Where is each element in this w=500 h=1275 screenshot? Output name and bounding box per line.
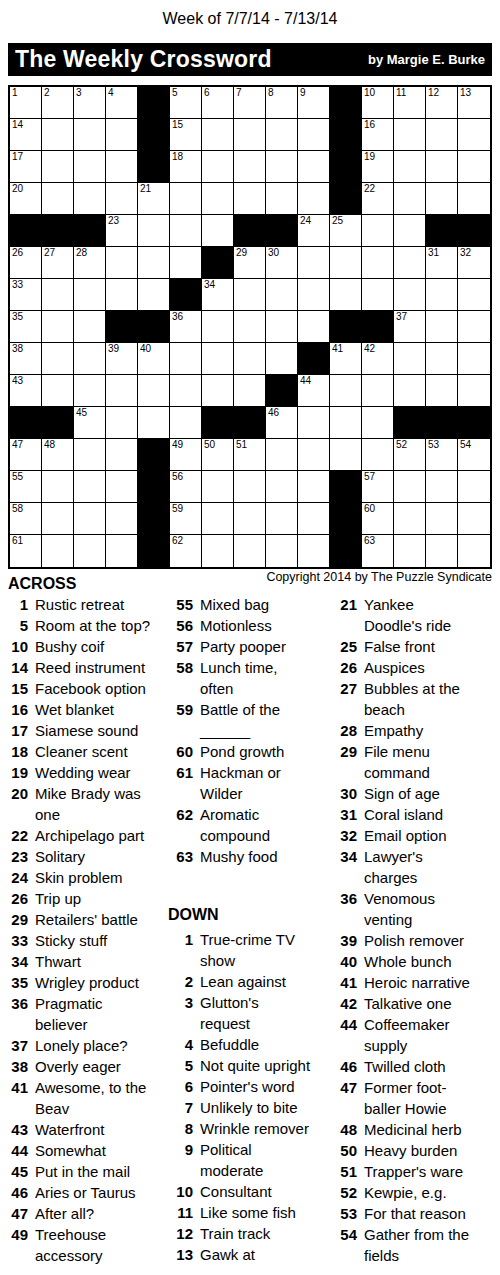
grid-cell[interactable] bbox=[234, 183, 266, 215]
grid-cell[interactable] bbox=[266, 183, 298, 215]
grid-cell[interactable] bbox=[234, 151, 266, 183]
grid-cell[interactable]: 50 bbox=[202, 439, 234, 471]
grid-cell[interactable] bbox=[74, 279, 106, 311]
grid-cell[interactable] bbox=[426, 151, 458, 183]
grid-cell[interactable] bbox=[202, 471, 234, 503]
clue-number: 22 bbox=[8, 825, 28, 846]
grid-cell[interactable] bbox=[298, 471, 330, 503]
clue-text: Pointer's word bbox=[200, 1076, 312, 1097]
grid-cell[interactable]: 22 bbox=[362, 183, 394, 215]
clue-text: Room at the top? bbox=[35, 615, 152, 636]
grid-cell[interactable] bbox=[234, 471, 266, 503]
grid-cell[interactable]: 34 bbox=[202, 279, 234, 311]
grid-cell[interactable]: 14 bbox=[10, 119, 42, 151]
grid-cell[interactable] bbox=[266, 311, 298, 343]
clue-number: 14 bbox=[8, 657, 28, 678]
grid-cell[interactable] bbox=[74, 471, 106, 503]
clue-item: 47After all? bbox=[8, 1203, 168, 1224]
grid-cell[interactable] bbox=[458, 343, 490, 375]
grid-cell[interactable] bbox=[74, 535, 106, 567]
grid-cell[interactable] bbox=[106, 375, 138, 407]
grid-cell[interactable]: 38 bbox=[10, 343, 42, 375]
grid-cell[interactable] bbox=[202, 503, 234, 535]
grid-cell[interactable] bbox=[426, 535, 458, 567]
grid-cell[interactable] bbox=[394, 471, 426, 503]
grid-cell[interactable] bbox=[330, 375, 362, 407]
clue-item: 46Aries or Taurus bbox=[8, 1182, 168, 1203]
cell-number: 61 bbox=[12, 535, 23, 547]
grid-cell[interactable] bbox=[106, 439, 138, 471]
grid-cell[interactable] bbox=[298, 151, 330, 183]
grid-cell[interactable] bbox=[74, 343, 106, 375]
cell-number: 50 bbox=[204, 439, 215, 451]
grid-cell[interactable]: 32 bbox=[458, 247, 490, 279]
cell-number: 20 bbox=[12, 183, 23, 195]
grid-cell[interactable] bbox=[106, 151, 138, 183]
grid-cell[interactable]: 47 bbox=[10, 439, 42, 471]
clue-item: 20Mike Brady was one bbox=[8, 783, 168, 825]
puzzle-title: The Weekly Crossword bbox=[15, 46, 272, 73]
grid-cell[interactable] bbox=[74, 503, 106, 535]
clue-item: 31Coral island bbox=[336, 804, 500, 825]
grid-cell[interactable] bbox=[106, 119, 138, 151]
grid-cell[interactable]: 59 bbox=[170, 503, 202, 535]
grid-cell[interactable] bbox=[298, 535, 330, 567]
grid-cell[interactable] bbox=[138, 215, 170, 247]
clue-text: Wet blanket bbox=[35, 699, 152, 720]
grid-cell[interactable] bbox=[458, 151, 490, 183]
grid-cell[interactable] bbox=[330, 439, 362, 471]
grid-cell[interactable]: 8 bbox=[266, 87, 298, 119]
cell-number: 10 bbox=[364, 87, 375, 99]
grid-cell[interactable] bbox=[106, 407, 138, 439]
clue-number: 23 bbox=[8, 846, 28, 867]
grid-cell[interactable] bbox=[298, 503, 330, 535]
grid-cell[interactable] bbox=[106, 471, 138, 503]
clue-number: 32 bbox=[336, 825, 357, 846]
clue-text: Hackman or Wilder bbox=[200, 762, 312, 804]
grid-cell[interactable] bbox=[74, 151, 106, 183]
grid-cell[interactable]: 42 bbox=[362, 343, 394, 375]
grid-cell[interactable] bbox=[106, 183, 138, 215]
grid-cell[interactable]: 12 bbox=[426, 87, 458, 119]
cell-number: 62 bbox=[172, 535, 183, 547]
grid-cell[interactable]: 4 bbox=[106, 87, 138, 119]
clue-number: 9 bbox=[168, 1139, 193, 1181]
clue-text: Somewhat bbox=[35, 1140, 152, 1161]
black-cell bbox=[42, 215, 74, 247]
cell-number: 32 bbox=[460, 247, 471, 259]
cell-number: 36 bbox=[172, 311, 183, 323]
black-cell bbox=[330, 87, 362, 119]
grid-cell[interactable] bbox=[266, 535, 298, 567]
grid-cell[interactable] bbox=[202, 375, 234, 407]
grid-cell[interactable] bbox=[458, 311, 490, 343]
clue-number: 36 bbox=[8, 993, 28, 1035]
cell-number: 30 bbox=[268, 247, 279, 259]
grid-cell[interactable]: 61 bbox=[10, 535, 42, 567]
grid-cell[interactable] bbox=[234, 535, 266, 567]
grid-cell[interactable]: 60 bbox=[362, 503, 394, 535]
grid-cell[interactable] bbox=[458, 471, 490, 503]
grid-cell[interactable] bbox=[394, 279, 426, 311]
grid-cell[interactable]: 28 bbox=[74, 247, 106, 279]
grid-cell[interactable]: 27 bbox=[42, 247, 74, 279]
grid-cell[interactable] bbox=[298, 407, 330, 439]
clue-text: Sign of age bbox=[364, 783, 473, 804]
grid-cell[interactable] bbox=[426, 183, 458, 215]
clue-number: 60 bbox=[168, 741, 193, 762]
grid-cell[interactable] bbox=[394, 375, 426, 407]
grid-cell[interactable]: 55 bbox=[10, 471, 42, 503]
grid-cell[interactable]: 24 bbox=[298, 215, 330, 247]
grid-cell[interactable] bbox=[138, 279, 170, 311]
grid-cell[interactable] bbox=[362, 215, 394, 247]
grid-cell[interactable] bbox=[234, 119, 266, 151]
grid-cell[interactable] bbox=[202, 311, 234, 343]
grid-cell[interactable] bbox=[106, 247, 138, 279]
black-cell bbox=[42, 407, 74, 439]
clue-item: 18Cleaner scent bbox=[8, 741, 168, 762]
clue-number: 39 bbox=[336, 930, 357, 951]
clue-item: 63Mushy food bbox=[168, 846, 336, 867]
grid-cell[interactable] bbox=[42, 151, 74, 183]
grid-cell[interactable] bbox=[202, 343, 234, 375]
grid-cell[interactable]: 3 bbox=[74, 87, 106, 119]
grid-cell[interactable]: 7 bbox=[234, 87, 266, 119]
grid-cell[interactable] bbox=[42, 471, 74, 503]
clue-columns: ACROSS 1Rustic retreat5Room at the top?1… bbox=[8, 573, 500, 1266]
grid-cell[interactable] bbox=[458, 535, 490, 567]
clue-item: 6Pointer's word bbox=[168, 1076, 336, 1097]
grid-cell[interactable]: 2 bbox=[42, 87, 74, 119]
clue-item: 25False front bbox=[336, 636, 500, 657]
grid-cell[interactable] bbox=[458, 119, 490, 151]
clue-number: 46 bbox=[336, 1056, 357, 1077]
grid-cell[interactable] bbox=[170, 247, 202, 279]
across-header: ACROSS bbox=[8, 573, 168, 594]
grid-cell[interactable] bbox=[266, 343, 298, 375]
grid-cell[interactable] bbox=[394, 503, 426, 535]
grid-cell[interactable]: 46 bbox=[266, 407, 298, 439]
clue-number: 38 bbox=[8, 1056, 28, 1077]
grid-cell[interactable] bbox=[266, 471, 298, 503]
clue-item: 17Siamese sound bbox=[8, 720, 168, 741]
clue-text: Thwart bbox=[35, 951, 152, 972]
grid-cell[interactable] bbox=[394, 535, 426, 567]
clue-item: 58Lunch time, often bbox=[168, 657, 336, 699]
grid-cell[interactable]: 19 bbox=[362, 151, 394, 183]
grid-cell[interactable]: 62 bbox=[170, 535, 202, 567]
title-bar: The Weekly Crossword by Margie E. Burke bbox=[8, 43, 492, 76]
clue-item: 53For that reason bbox=[336, 1203, 500, 1224]
grid-cell[interactable]: 29 bbox=[234, 247, 266, 279]
grid-cell[interactable]: 13 bbox=[458, 87, 490, 119]
clue-item: 50Heavy burden bbox=[336, 1140, 500, 1161]
clue-number: 44 bbox=[8, 1140, 28, 1161]
grid-cell[interactable]: 52 bbox=[394, 439, 426, 471]
grid-cell[interactable]: 11 bbox=[394, 87, 426, 119]
cell-number: 31 bbox=[428, 247, 439, 259]
clue-item: 1Rustic retreat bbox=[8, 594, 168, 615]
clue-item: 34Lawyer's charges bbox=[336, 846, 500, 888]
clue-item: 49Treehouse accessory bbox=[8, 1224, 168, 1266]
clue-item: 27Bubbles at the beach bbox=[336, 678, 500, 720]
cell-number: 23 bbox=[108, 215, 119, 227]
grid-cell[interactable] bbox=[202, 151, 234, 183]
clue-number: 46 bbox=[8, 1182, 28, 1203]
grid-cell[interactable] bbox=[234, 311, 266, 343]
grid-cell[interactable]: 30 bbox=[266, 247, 298, 279]
clue-text: Kewpie, e.g. bbox=[364, 1182, 473, 1203]
grid-cell[interactable] bbox=[362, 247, 394, 279]
grid-cell[interactable]: 48 bbox=[42, 439, 74, 471]
grid-cell[interactable]: 21 bbox=[138, 183, 170, 215]
grid-cell[interactable] bbox=[138, 407, 170, 439]
grid-cell[interactable]: 56 bbox=[170, 471, 202, 503]
grid-cell[interactable] bbox=[170, 375, 202, 407]
clue-item: 51Trapper's ware bbox=[336, 1161, 500, 1182]
grid-cell[interactable] bbox=[170, 183, 202, 215]
clue-text: Treehouse accessory bbox=[35, 1224, 152, 1266]
clue-item: 54Gather from the fields bbox=[336, 1224, 500, 1266]
grid-cell[interactable] bbox=[42, 119, 74, 151]
grid-cell[interactable]: 54 bbox=[458, 439, 490, 471]
grid-cell[interactable] bbox=[458, 279, 490, 311]
grid-cell[interactable] bbox=[266, 503, 298, 535]
grid-cell[interactable]: 37 bbox=[394, 311, 426, 343]
clue-text: Like some fish bbox=[200, 1202, 312, 1223]
clue-column-2: 55Mixed bag56Motionless57Party pooper58L… bbox=[168, 573, 336, 1266]
clue-item: 60Pond growth bbox=[168, 741, 336, 762]
clue-text: Sticky stuff bbox=[35, 930, 152, 951]
grid-cell[interactable]: 41 bbox=[330, 343, 362, 375]
grid-cell[interactable] bbox=[266, 439, 298, 471]
clue-text: False front bbox=[364, 636, 473, 657]
grid-cell[interactable] bbox=[74, 183, 106, 215]
clue-item: 47Former foot-baller Howie bbox=[336, 1077, 500, 1119]
black-cell bbox=[138, 439, 170, 471]
grid-cell[interactable] bbox=[138, 375, 170, 407]
grid-cell[interactable]: 49 bbox=[170, 439, 202, 471]
clue-number: 19 bbox=[8, 762, 28, 783]
grid-cell[interactable]: 25 bbox=[330, 215, 362, 247]
grid-cell[interactable] bbox=[298, 247, 330, 279]
grid-cell[interactable]: 6 bbox=[202, 87, 234, 119]
grid-cell[interactable] bbox=[42, 343, 74, 375]
grid-cell[interactable] bbox=[202, 535, 234, 567]
black-cell bbox=[234, 215, 266, 247]
grid-cell[interactable]: 10 bbox=[362, 87, 394, 119]
clue-item: 19Wedding wear bbox=[8, 762, 168, 783]
grid-cell[interactable] bbox=[458, 183, 490, 215]
grid-cell[interactable]: 63 bbox=[362, 535, 394, 567]
grid-cell[interactable] bbox=[298, 311, 330, 343]
grid-cell[interactable] bbox=[394, 183, 426, 215]
clue-item: 59Battle of the ______ bbox=[168, 699, 336, 741]
clue-number: 20 bbox=[8, 783, 28, 825]
grid-cell[interactable] bbox=[426, 311, 458, 343]
grid-cell[interactable]: 51 bbox=[234, 439, 266, 471]
grid-cell[interactable]: 45 bbox=[74, 407, 106, 439]
grid-cell[interactable] bbox=[394, 215, 426, 247]
clue-number: 40 bbox=[336, 951, 357, 972]
grid-cell[interactable]: 36 bbox=[170, 311, 202, 343]
grid-cell[interactable] bbox=[298, 119, 330, 151]
grid-cell[interactable] bbox=[362, 407, 394, 439]
cell-number: 54 bbox=[460, 439, 471, 451]
black-cell bbox=[202, 247, 234, 279]
grid-cell[interactable] bbox=[202, 119, 234, 151]
grid-cell[interactable] bbox=[362, 439, 394, 471]
grid-cell[interactable]: 23 bbox=[106, 215, 138, 247]
grid-cell[interactable] bbox=[42, 279, 74, 311]
clue-item: 24Skin problem bbox=[8, 867, 168, 888]
black-cell bbox=[138, 87, 170, 119]
clue-column-1: ACROSS 1Rustic retreat5Room at the top?1… bbox=[8, 573, 168, 1266]
grid-cell[interactable]: 5 bbox=[170, 87, 202, 119]
grid-cell[interactable] bbox=[170, 215, 202, 247]
grid-cell[interactable] bbox=[234, 375, 266, 407]
grid-cell[interactable] bbox=[330, 407, 362, 439]
clue-text: Facebook option bbox=[35, 678, 152, 699]
grid-cell[interactable] bbox=[234, 279, 266, 311]
grid-cell[interactable] bbox=[458, 375, 490, 407]
grid-cell[interactable] bbox=[458, 503, 490, 535]
grid-cell[interactable] bbox=[298, 279, 330, 311]
grid-cell[interactable] bbox=[426, 503, 458, 535]
grid-cell[interactable] bbox=[426, 471, 458, 503]
grid-cell[interactable] bbox=[234, 343, 266, 375]
grid-cell[interactable] bbox=[42, 375, 74, 407]
grid-cell[interactable]: 40 bbox=[138, 343, 170, 375]
black-cell bbox=[458, 215, 490, 247]
grid-cell[interactable] bbox=[170, 407, 202, 439]
clue-text: For that reason bbox=[364, 1203, 473, 1224]
grid-cell[interactable] bbox=[74, 375, 106, 407]
cell-number: 2 bbox=[44, 87, 50, 99]
clue-item: 56Motionless bbox=[168, 615, 336, 636]
grid-cell[interactable]: 44 bbox=[298, 375, 330, 407]
grid-cell[interactable] bbox=[42, 503, 74, 535]
grid-cell[interactable] bbox=[234, 503, 266, 535]
grid-cell[interactable] bbox=[330, 279, 362, 311]
grid-cell[interactable] bbox=[202, 183, 234, 215]
clue-number: 49 bbox=[8, 1224, 28, 1266]
clue-number: 36 bbox=[336, 888, 357, 930]
clue-item: 10Bushy coif bbox=[8, 636, 168, 657]
clue-text: Befuddle bbox=[200, 1034, 312, 1055]
grid-cell[interactable]: 53 bbox=[426, 439, 458, 471]
grid-cell[interactable]: 58 bbox=[10, 503, 42, 535]
clue-item: 43Waterfront bbox=[8, 1119, 168, 1140]
clue-number: 47 bbox=[8, 1203, 28, 1224]
grid-cell[interactable] bbox=[106, 535, 138, 567]
cell-number: 11 bbox=[396, 87, 406, 99]
grid-cell[interactable]: 33 bbox=[10, 279, 42, 311]
clue-number: 44 bbox=[336, 1014, 357, 1056]
clue-item: 4Befuddle bbox=[168, 1034, 336, 1055]
grid-cell[interactable]: 18 bbox=[170, 151, 202, 183]
grid-cell[interactable] bbox=[362, 279, 394, 311]
grid-cell[interactable] bbox=[42, 183, 74, 215]
grid-cell[interactable] bbox=[394, 151, 426, 183]
grid-cell[interactable]: 16 bbox=[362, 119, 394, 151]
grid-cell[interactable]: 39 bbox=[106, 343, 138, 375]
clue-number: 4 bbox=[168, 1034, 193, 1055]
grid-cell[interactable]: 17 bbox=[10, 151, 42, 183]
clue-number: 6 bbox=[168, 1076, 193, 1097]
grid-cell[interactable] bbox=[362, 375, 394, 407]
black-cell bbox=[426, 215, 458, 247]
grid-cell[interactable]: 1 bbox=[10, 87, 42, 119]
grid-cell[interactable] bbox=[106, 503, 138, 535]
grid-cell[interactable] bbox=[170, 343, 202, 375]
clue-item: 44Coffeemaker supply bbox=[336, 1014, 500, 1056]
cell-number: 28 bbox=[76, 247, 87, 259]
grid-cell[interactable]: 35 bbox=[10, 311, 42, 343]
cell-number: 37 bbox=[396, 311, 407, 323]
clue-item: 38Overly eager bbox=[8, 1056, 168, 1077]
black-cell bbox=[266, 375, 298, 407]
grid-cell[interactable] bbox=[426, 375, 458, 407]
clue-number: 43 bbox=[8, 1119, 28, 1140]
grid-cell[interactable] bbox=[426, 119, 458, 151]
grid-cell[interactable] bbox=[106, 279, 138, 311]
across-clues-part2: 55Mixed bag56Motionless57Party pooper58L… bbox=[168, 594, 336, 867]
clue-text: Lawyer's charges bbox=[364, 846, 473, 888]
grid-cell[interactable] bbox=[42, 311, 74, 343]
black-cell bbox=[266, 215, 298, 247]
grid-cell[interactable]: 31 bbox=[426, 247, 458, 279]
grid-cell[interactable] bbox=[42, 535, 74, 567]
grid-cell[interactable]: 26 bbox=[10, 247, 42, 279]
grid-cell[interactable]: 20 bbox=[10, 183, 42, 215]
clue-text: Pragmatic believer bbox=[35, 993, 152, 1035]
grid-cell[interactable] bbox=[74, 439, 106, 471]
clue-number: 1 bbox=[8, 594, 28, 615]
grid-cell[interactable]: 9 bbox=[298, 87, 330, 119]
grid-cell[interactable] bbox=[298, 183, 330, 215]
grid-cell[interactable] bbox=[394, 343, 426, 375]
grid-cell[interactable] bbox=[74, 119, 106, 151]
grid-cell[interactable] bbox=[426, 279, 458, 311]
black-cell bbox=[330, 471, 362, 503]
clue-item: 1True-crime TV show bbox=[168, 929, 336, 971]
grid-cell[interactable] bbox=[138, 247, 170, 279]
grid-cell[interactable]: 57 bbox=[362, 471, 394, 503]
cell-number: 25 bbox=[332, 215, 343, 227]
grid-cell[interactable] bbox=[202, 215, 234, 247]
grid-cell[interactable] bbox=[74, 311, 106, 343]
grid-cell[interactable] bbox=[266, 119, 298, 151]
clue-item: 29File menu command bbox=[336, 741, 500, 783]
grid-cell[interactable] bbox=[330, 247, 362, 279]
grid-cell[interactable]: 15 bbox=[170, 119, 202, 151]
grid-cell[interactable] bbox=[394, 119, 426, 151]
grid-cell[interactable]: 43 bbox=[10, 375, 42, 407]
grid-cell[interactable] bbox=[298, 439, 330, 471]
cell-number: 55 bbox=[12, 471, 23, 483]
grid-cell[interactable] bbox=[266, 279, 298, 311]
clue-number: 17 bbox=[8, 720, 28, 741]
grid-cell[interactable] bbox=[394, 247, 426, 279]
clue-number: 16 bbox=[8, 699, 28, 720]
black-cell bbox=[330, 119, 362, 151]
cell-number: 1 bbox=[12, 87, 18, 99]
grid-cell[interactable] bbox=[266, 151, 298, 183]
grid-cell[interactable] bbox=[426, 343, 458, 375]
